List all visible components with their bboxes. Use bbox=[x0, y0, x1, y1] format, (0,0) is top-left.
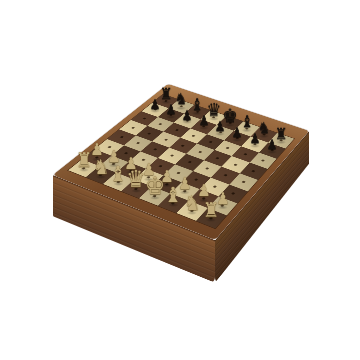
travel-chess-set-photo: ♜♞♝♛♚♝♞♜♟♟♟♟♟♟♟♟♟♟♟♟♟♟♟♟♜♞♝♛♚♝♞♜ bbox=[0, 0, 360, 360]
